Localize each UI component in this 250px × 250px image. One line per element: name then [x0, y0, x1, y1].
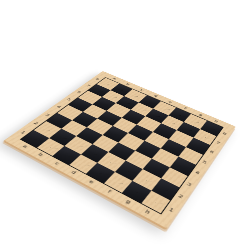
chess-board: abcdefgh abcdefgh 87654321 87654321 ♜♞♝♛… — [4, 71, 236, 229]
perspective-scene: abcdefgh abcdefgh 87654321 87654321 ♜♞♝♛… — [32, 37, 224, 229]
product-photo-background: abcdefgh abcdefgh 87654321 87654321 ♜♞♝♛… — [0, 0, 250, 250]
board-tilt-wrapper: abcdefgh abcdefgh 87654321 87654321 ♜♞♝♛… — [0, 0, 250, 250]
